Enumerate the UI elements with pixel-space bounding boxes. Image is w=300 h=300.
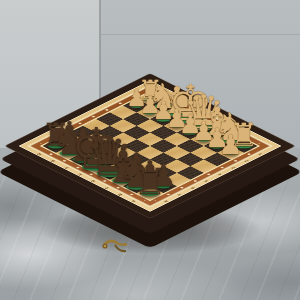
inner-border-line bbox=[40, 91, 261, 201]
brass-latch-icon bbox=[100, 236, 132, 256]
chess-board: ABCDEFGH 87654321 bbox=[0, 0, 300, 300]
board-grid bbox=[43, 92, 258, 199]
scene: ABCDEFGH 87654321 bbox=[0, 0, 300, 300]
